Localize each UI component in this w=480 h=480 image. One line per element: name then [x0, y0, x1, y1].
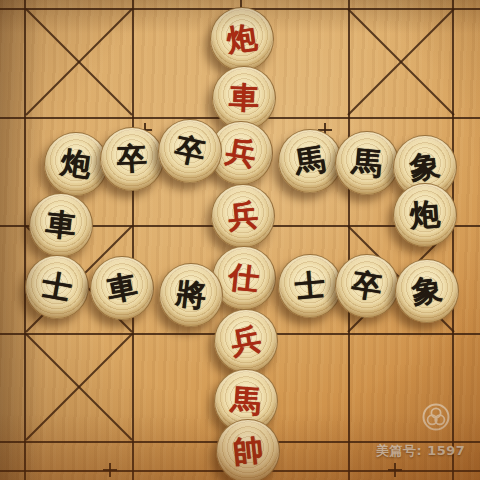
grid-line	[132, 0, 134, 480]
piece-character: 馬	[230, 385, 262, 417]
piece-character: 將	[174, 278, 207, 311]
piece-character: 炮	[409, 199, 441, 231]
piece-red-cannon[interactable]: 炮	[210, 7, 274, 71]
piece-character: 車	[45, 209, 78, 242]
piece-black-cannon[interactable]: 炮	[393, 183, 457, 247]
piece-character: 炮	[59, 147, 93, 181]
piece-character: 卒	[350, 269, 384, 303]
piece-character: 仕	[228, 262, 261, 295]
piece-character: 卒	[172, 133, 208, 169]
piece-character: 車	[104, 270, 139, 305]
piece-character: 士	[40, 270, 75, 305]
grid-line	[452, 0, 454, 480]
piece-black-advisor[interactable]: 士	[25, 255, 89, 319]
piece-character: 帥	[232, 435, 265, 468]
piece-character: 卒	[116, 143, 148, 175]
piece-red-soldier[interactable]: 兵	[214, 309, 278, 373]
piece-character: 象	[410, 274, 444, 308]
piece-character: 炮	[225, 22, 259, 56]
watermark: 美篇号: 1597	[340, 400, 480, 480]
piece-character: 兵	[224, 136, 259, 171]
piece-character: 兵	[227, 200, 260, 233]
piece-black-advisor[interactable]: 士	[278, 254, 342, 318]
piece-black-soldier[interactable]: 卒	[158, 119, 222, 183]
piece-character: 兵	[229, 324, 264, 359]
meipian-logo-icon	[421, 402, 451, 432]
piece-black-soldier[interactable]: 卒	[100, 127, 164, 191]
piece-character: 馬	[293, 144, 327, 178]
piece-black-elephant[interactable]: 象	[395, 259, 459, 323]
piece-black-horse[interactable]: 馬	[335, 131, 399, 195]
grid-line	[348, 0, 350, 480]
xiangqi-photo: 炮 車 兵 兵 仕 兵 馬 帥 炮 卒 卒 馬 馬 象 車 炮 士 車 將 士 …	[0, 0, 480, 480]
grid-line	[24, 0, 26, 480]
piece-black-soldier[interactable]: 卒	[335, 254, 399, 318]
piece-red-general[interactable]: 帥	[216, 419, 280, 480]
piece-character: 士	[294, 270, 327, 303]
piece-black-horse[interactable]: 馬	[278, 129, 342, 193]
piece-red-soldier[interactable]: 兵	[211, 184, 275, 248]
piece-black-chariot[interactable]: 車	[29, 193, 93, 257]
piece-black-chariot[interactable]: 車	[90, 256, 154, 320]
piece-black-cannon[interactable]: 炮	[44, 132, 108, 196]
piece-black-general[interactable]: 將	[159, 263, 223, 327]
piece-character: 車	[228, 82, 259, 113]
point-marker	[103, 463, 117, 477]
piece-character: 馬	[351, 147, 384, 180]
piece-character: 象	[408, 150, 441, 183]
point-marker	[388, 463, 402, 477]
